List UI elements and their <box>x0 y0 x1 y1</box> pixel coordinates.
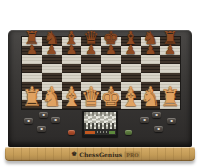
product-photo-scene: ♜♞♝♛♚♝♞♜♟♟♟♟♟♟♟♟♟♟♟♟♟♟♟♟♜♞♝♛♚♝♞♜ ▪ ▪ ▪ ▪… <box>0 0 200 168</box>
console-button-right-west[interactable]: ▪ <box>140 117 149 123</box>
brand-badge: PRO <box>124 151 140 157</box>
piece-white-king-e1[interactable]: ♚ <box>101 87 122 110</box>
piece-white-rook-a1[interactable]: ♜ <box>22 87 43 110</box>
console-button-left-north[interactable]: ▪ <box>39 112 48 118</box>
console-button-left-east[interactable]: ▪ <box>51 117 60 123</box>
lcd-status-right-indicator <box>109 131 115 134</box>
lcd-status-left-indicator <box>85 131 95 134</box>
brand-text: ChessGenius <box>79 151 122 158</box>
red-key-button[interactable] <box>68 130 75 135</box>
chess-computer-body: ♜♞♝♛♚♝♞♜♟♟♟♟♟♟♟♟♟♟♟♟♟♟♟♟♜♞♝♛♚♝♞♜ ▪ ▪ ▪ ▪… <box>8 30 192 147</box>
console-button-left-west[interactable]: ▪ <box>24 118 33 124</box>
piece-black-pawn-g7[interactable]: ♟ <box>145 43 157 56</box>
pieces-layer: ♜♞♝♛♚♝♞♜♟♟♟♟♟♟♟♟♟♟♟♟♟♟♟♟♜♞♝♛♚♝♞♜ <box>22 37 180 109</box>
lcd-screen <box>84 112 116 135</box>
console-button-right-east[interactable]: ▪ <box>167 118 176 124</box>
lcd-status-middle-text <box>97 131 109 133</box>
piece-black-pawn-e7[interactable]: ♟ <box>105 43 117 56</box>
lcd-status-bar <box>84 129 116 135</box>
piece-black-pawn-h7[interactable]: ♟ <box>164 43 176 56</box>
piece-white-knight-b1[interactable]: ♞ <box>41 87 62 110</box>
console-button-right-north[interactable]: ▪ <box>152 112 161 118</box>
piece-white-knight-g1[interactable]: ♞ <box>140 87 161 110</box>
piece-white-rook-h1[interactable]: ♜ <box>160 87 181 110</box>
piece-black-pawn-a7[interactable]: ♟ <box>26 43 38 56</box>
piece-white-queen-d1[interactable]: ♛ <box>81 87 102 110</box>
brand-logo: ♚ ChessGenius PRO <box>71 151 141 158</box>
piece-white-bishop-f1[interactable]: ♝ <box>120 87 141 110</box>
piece-black-pawn-f7[interactable]: ♟ <box>125 43 137 56</box>
console-button-right-south[interactable]: ▪ <box>154 126 163 132</box>
console-button-left-south[interactable]: ▪ <box>37 126 46 132</box>
lcd-far-pieces-silhouettes <box>84 112 116 116</box>
green-key-button[interactable] <box>125 130 132 135</box>
king-icon: ♚ <box>71 151 77 158</box>
lcd-display <box>82 110 118 137</box>
wooden-base: ♚ ChessGenius PRO <box>5 147 195 161</box>
piece-black-pawn-c7[interactable]: ♟ <box>66 43 78 56</box>
piece-black-pawn-d7[interactable]: ♟ <box>85 43 97 56</box>
piece-white-bishop-c1[interactable]: ♝ <box>61 87 82 110</box>
piece-black-pawn-b7[interactable]: ♟ <box>46 43 58 56</box>
